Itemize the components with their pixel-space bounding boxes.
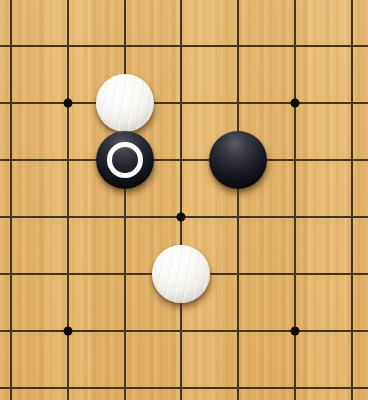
grid-line-vertical bbox=[67, 0, 69, 400]
grid-line-horizontal bbox=[0, 45, 368, 47]
white-stone-ef[interactable] bbox=[152, 245, 210, 303]
grid-line-horizontal bbox=[0, 102, 368, 104]
star-point bbox=[177, 213, 186, 222]
star-point bbox=[63, 327, 72, 336]
grid-line-vertical bbox=[351, 0, 353, 400]
grid-line-vertical bbox=[294, 0, 296, 400]
grid-line-horizontal bbox=[0, 159, 368, 161]
grid-line-horizontal bbox=[0, 330, 368, 332]
grid-line-horizontal bbox=[0, 387, 368, 389]
last-move-circle-marker bbox=[107, 142, 143, 178]
white-stone-dc[interactable] bbox=[96, 74, 154, 132]
grid-line-vertical bbox=[10, 0, 12, 400]
go-board[interactable] bbox=[0, 0, 368, 400]
grid-line-vertical bbox=[237, 0, 239, 400]
star-point bbox=[291, 99, 300, 108]
black-stone-dd[interactable] bbox=[96, 131, 154, 189]
black-stone-fd[interactable] bbox=[209, 131, 267, 189]
star-point bbox=[63, 99, 72, 108]
grid-line-vertical bbox=[124, 0, 126, 400]
grid-line-vertical bbox=[180, 0, 182, 400]
star-point bbox=[291, 327, 300, 336]
